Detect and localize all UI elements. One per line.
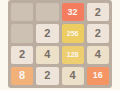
tile-32: 32 [62,3,84,21]
tile-2: 2 [87,24,109,42]
empty-cell [36,3,58,21]
empty-cell [11,24,33,42]
tile-256: 256 [62,24,84,42]
empty-cell [11,3,33,21]
tile-2: 2 [87,3,109,21]
tile-2: 2 [36,24,58,42]
tile-16: 16 [87,67,109,85]
tile-4: 4 [36,46,58,64]
board-2048[interactable]: 3222256224128482416 [8,0,112,88]
tile-8: 8 [11,67,33,85]
tile-2: 2 [11,46,33,64]
tile-4: 4 [62,67,84,85]
game-stage: 3222256224128482416 [0,0,120,90]
tile-4: 4 [87,46,109,64]
tile-128: 128 [62,46,84,64]
tile-2: 2 [36,67,58,85]
